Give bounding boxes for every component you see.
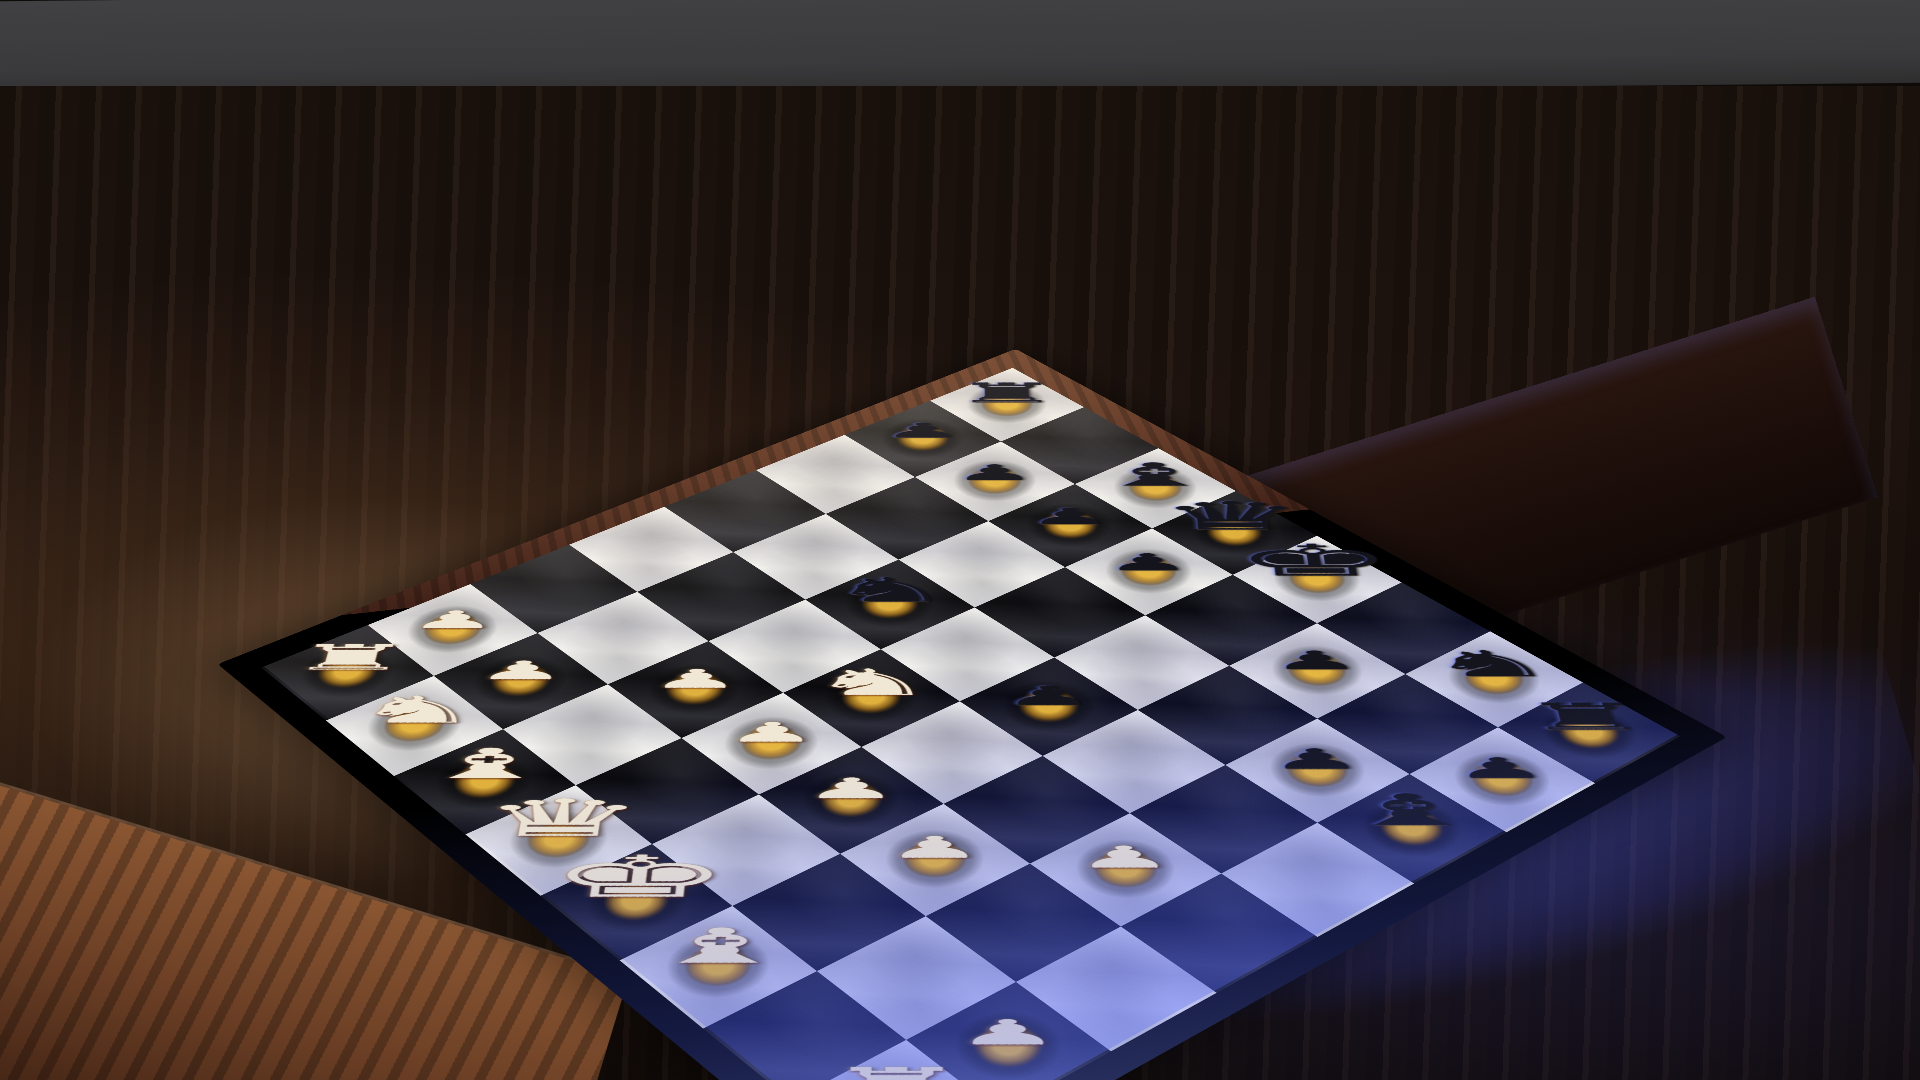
square-h7[interactable] xyxy=(1410,727,1596,832)
square-f3[interactable] xyxy=(840,804,1030,916)
piece-white-bishop-f1[interactable]: ♝ xyxy=(620,906,817,1029)
pawn-glyph: ♟ xyxy=(724,720,819,745)
pawn-glyph: ♟ xyxy=(650,667,743,691)
king-glyph: ♚ xyxy=(1231,540,1399,580)
square-h6[interactable] xyxy=(1317,774,1506,883)
square-g2[interactable] xyxy=(817,916,1016,1040)
square-f1[interactable] xyxy=(620,906,817,1029)
pawn-glyph: ♟ xyxy=(1269,649,1363,672)
piece-white-bishop-c1[interactable]: ♝ xyxy=(394,729,576,834)
piece-shadow xyxy=(905,981,1113,1080)
piece-shadow xyxy=(1029,813,1223,928)
piece-black-rook-h8[interactable]: ♜ xyxy=(1498,682,1680,783)
piece-shadow xyxy=(1316,773,1508,884)
scene: ♜♝♛♚♞♜♟♟♟♟♟♟♟♝♞♟♞♟♟♟♟♟♟♟♟♜♞♝♛♚♝♜ xyxy=(0,0,1920,1080)
square-f5[interactable] xyxy=(1043,710,1226,813)
piece-white-king-e1[interactable]: ♚ xyxy=(541,844,733,960)
square-g3[interactable] xyxy=(926,864,1121,982)
square-e3[interactable] xyxy=(759,747,944,854)
king-glyph: ♚ xyxy=(542,850,734,903)
square-d3[interactable] xyxy=(682,693,862,795)
piece-black-pawn-h7[interactable]: ♟ xyxy=(1410,727,1596,832)
square-h5[interactable] xyxy=(1221,823,1414,937)
piece-black-bishop-h6[interactable]: ♝ xyxy=(1317,774,1506,883)
pawn-glyph: ♟ xyxy=(1002,684,1094,708)
bishop-glyph: ♝ xyxy=(1334,790,1484,830)
piece-black-pawn-g6[interactable]: ♟ xyxy=(1225,719,1409,823)
piece-white-queen-d1[interactable]: ♛ xyxy=(465,785,652,896)
rook-glyph: ♜ xyxy=(821,1064,970,1080)
knight-glyph: ♞ xyxy=(828,575,951,606)
piece-shadow xyxy=(539,843,733,961)
pawn-glyph: ♟ xyxy=(475,659,570,683)
piece-gold-base xyxy=(791,765,911,834)
piece-shadow xyxy=(1408,727,1596,833)
piece-white-knight-d4[interactable]: ♞ xyxy=(783,649,960,747)
pawn-glyph: ♟ xyxy=(408,608,501,631)
square-g4[interactable] xyxy=(1030,813,1221,926)
piece-white-pawn-g4[interactable]: ♟ xyxy=(1030,813,1221,926)
pawn-glyph: ♟ xyxy=(1027,506,1112,526)
piece-white-pawn-f3[interactable]: ♟ xyxy=(840,804,1030,916)
piece-shadow xyxy=(1224,718,1411,824)
square-e2[interactable] xyxy=(652,794,840,905)
piece-white-pawn-h2[interactable]: ♟ xyxy=(906,982,1111,1080)
bishop-glyph: ♝ xyxy=(1092,460,1217,489)
piece-white-pawn-d3[interactable]: ♟ xyxy=(682,693,862,795)
piece-shadow xyxy=(680,692,862,795)
square-f2[interactable] xyxy=(732,854,925,971)
rook-glyph: ♜ xyxy=(1517,700,1653,734)
square-f4[interactable] xyxy=(944,756,1130,864)
piece-gold-base xyxy=(426,747,544,815)
pawn-glyph: ♟ xyxy=(1075,843,1175,871)
square-e1[interactable] xyxy=(541,844,733,960)
square-d1[interactable] xyxy=(465,785,652,896)
piece-shadow xyxy=(464,785,653,897)
square-h4[interactable] xyxy=(1121,874,1318,993)
rook-glyph: ♜ xyxy=(285,642,417,674)
pawn-glyph: ♟ xyxy=(886,834,984,862)
square-g6[interactable] xyxy=(1225,719,1409,823)
piece-white-rook-h1[interactable]: ♜ xyxy=(791,1040,1000,1080)
knight-glyph: ♞ xyxy=(807,666,935,700)
piece-shadow xyxy=(839,803,1031,917)
piece-shadow xyxy=(758,746,945,854)
piece-gold-base xyxy=(654,927,782,1007)
rook-glyph: ♜ xyxy=(952,381,1061,406)
pawn-glyph: ♟ xyxy=(956,1016,1062,1048)
piece-gold-base xyxy=(828,1063,964,1080)
bishop-glyph: ♝ xyxy=(414,745,561,783)
pawn-glyph: ♟ xyxy=(882,421,963,440)
piece-shadow xyxy=(618,905,818,1029)
square-h1[interactable] xyxy=(791,1040,1000,1080)
piece-gold-base xyxy=(1063,832,1187,905)
queen-glyph: ♛ xyxy=(1157,498,1309,534)
pawn-glyph: ♟ xyxy=(803,775,899,801)
knight-glyph: ♞ xyxy=(1424,647,1558,680)
pawn-glyph: ♟ xyxy=(1450,755,1550,781)
square-g5[interactable] xyxy=(1130,765,1318,874)
piece-gold-base xyxy=(873,823,996,896)
queen-glyph: ♛ xyxy=(473,794,649,841)
piece-gold-base xyxy=(574,864,698,939)
piece-gold-base xyxy=(1442,745,1562,813)
square-h3[interactable] xyxy=(1016,927,1217,1052)
square-e4[interactable] xyxy=(861,701,1042,803)
square-g1[interactable] xyxy=(703,971,906,1080)
piece-white-pawn-e3[interactable]: ♟ xyxy=(759,747,944,854)
pawn-glyph: ♟ xyxy=(1267,746,1365,772)
knight-glyph: ♞ xyxy=(349,693,486,727)
piece-gold-base xyxy=(498,804,619,876)
piece-gold-base xyxy=(942,1004,1075,1080)
pawn-glyph: ♟ xyxy=(954,463,1037,483)
piece-shadow xyxy=(790,1039,1002,1080)
square-h2[interactable] xyxy=(906,982,1111,1080)
piece-gold-base xyxy=(1350,793,1473,864)
pawn-glyph: ♟ xyxy=(1104,552,1192,573)
bishop-glyph: ♝ xyxy=(642,924,797,968)
